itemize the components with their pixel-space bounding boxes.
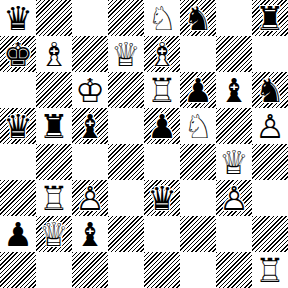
white-knight-icon: ♘ xyxy=(147,2,177,35)
square-e6[interactable]: ♜♖ xyxy=(144,72,180,108)
piece-white-queen-d7[interactable]: ♛♕ xyxy=(108,36,144,72)
square-h7[interactable] xyxy=(252,36,288,72)
white-pawn-icon: ♙ xyxy=(75,182,105,215)
piece-black-bishop-g6[interactable]: ♝♝ xyxy=(216,72,252,108)
piece-white-knight-e8[interactable]: ♞♘ xyxy=(144,0,180,36)
black-bishop-icon: ♝ xyxy=(75,110,105,143)
square-h6[interactable]: ♞♞ xyxy=(252,72,288,108)
square-e3[interactable]: ♛♛ xyxy=(144,180,180,216)
white-queen-icon: ♕ xyxy=(219,146,249,179)
square-c3[interactable]: ♟♙ xyxy=(72,180,108,216)
square-d6[interactable] xyxy=(108,72,144,108)
white-rook-icon: ♖ xyxy=(147,74,177,107)
white-bishop-icon: ♗ xyxy=(39,38,69,71)
square-f3[interactable] xyxy=(180,180,216,216)
square-d1[interactable] xyxy=(108,252,144,288)
square-a6[interactable] xyxy=(0,72,36,108)
black-bishop-icon: ♝ xyxy=(219,74,249,107)
square-b1[interactable] xyxy=(36,252,72,288)
square-g8[interactable] xyxy=(216,0,252,36)
square-d4[interactable] xyxy=(108,144,144,180)
black-pawn-icon: ♟ xyxy=(183,74,213,107)
square-f5[interactable]: ♞♘ xyxy=(180,108,216,144)
square-e2[interactable] xyxy=(144,216,180,252)
piece-white-rook-e6[interactable]: ♜♖ xyxy=(144,72,180,108)
piece-black-bishop-c5[interactable]: ♝♝ xyxy=(72,108,108,144)
square-a5[interactable]: ♛♛ xyxy=(0,108,36,144)
square-e8[interactable]: ♞♘ xyxy=(144,0,180,36)
square-d5[interactable] xyxy=(108,108,144,144)
square-g2[interactable] xyxy=(216,216,252,252)
square-a8[interactable]: ♛♛ xyxy=(0,0,36,36)
white-rook-icon: ♖ xyxy=(255,254,285,287)
white-pawn-icon: ♙ xyxy=(219,182,249,215)
piece-black-pawn-a2[interactable]: ♟♟ xyxy=(0,216,36,252)
piece-white-pawn-g3[interactable]: ♟♙ xyxy=(216,180,252,216)
square-b2[interactable]: ♛♕ xyxy=(36,216,72,252)
white-queen-icon: ♕ xyxy=(39,218,69,251)
black-knight-icon: ♞ xyxy=(255,74,285,107)
square-f2[interactable] xyxy=(180,216,216,252)
square-g1[interactable] xyxy=(216,252,252,288)
piece-black-rook-b5[interactable]: ♜♜ xyxy=(36,108,72,144)
piece-white-queen-g4[interactable]: ♛♕ xyxy=(216,144,252,180)
square-a3[interactable] xyxy=(0,180,36,216)
piece-white-pawn-h5[interactable]: ♟♙ xyxy=(252,108,288,144)
piece-white-queen-b2[interactable]: ♛♕ xyxy=(36,216,72,252)
square-a4[interactable] xyxy=(0,144,36,180)
black-queen-icon: ♛ xyxy=(3,2,33,35)
square-b4[interactable] xyxy=(36,144,72,180)
square-c1[interactable] xyxy=(72,252,108,288)
black-pawn-icon: ♟ xyxy=(147,110,177,143)
piece-white-bishop-b7[interactable]: ♝♗ xyxy=(36,36,72,72)
black-rook-icon: ♜ xyxy=(39,110,69,143)
square-g4[interactable]: ♛♕ xyxy=(216,144,252,180)
square-b3[interactable]: ♜♖ xyxy=(36,180,72,216)
black-king-icon: ♚ xyxy=(3,38,33,71)
square-h5[interactable]: ♟♙ xyxy=(252,108,288,144)
piece-white-rook-b3[interactable]: ♜♖ xyxy=(36,180,72,216)
square-d3[interactable] xyxy=(108,180,144,216)
piece-black-queen-e3[interactable]: ♛♛ xyxy=(144,180,180,216)
piece-black-pawn-e5[interactable]: ♟♟ xyxy=(144,108,180,144)
square-b5[interactable]: ♜♜ xyxy=(36,108,72,144)
square-h3[interactable] xyxy=(252,180,288,216)
square-c5[interactable]: ♝♝ xyxy=(72,108,108,144)
square-d8[interactable] xyxy=(108,0,144,36)
square-d2[interactable] xyxy=(108,216,144,252)
piece-white-knight-f5[interactable]: ♞♘ xyxy=(180,108,216,144)
square-e7[interactable]: ♝♗ xyxy=(144,36,180,72)
square-g6[interactable]: ♝♝ xyxy=(216,72,252,108)
piece-white-king-c6[interactable]: ♚♔ xyxy=(72,72,108,108)
piece-black-queen-a8[interactable]: ♛♛ xyxy=(0,0,36,36)
square-b7[interactable]: ♝♗ xyxy=(36,36,72,72)
square-f4[interactable] xyxy=(180,144,216,180)
piece-black-pawn-f6[interactable]: ♟♟ xyxy=(180,72,216,108)
white-king-icon: ♔ xyxy=(75,74,105,107)
piece-black-king-a7[interactable]: ♚♚ xyxy=(0,36,36,72)
piece-white-pawn-c3[interactable]: ♟♙ xyxy=(72,180,108,216)
square-c6[interactable]: ♚♔ xyxy=(72,72,108,108)
square-g5[interactable] xyxy=(216,108,252,144)
black-bishop-icon: ♝ xyxy=(75,218,105,251)
white-rook-icon: ♖ xyxy=(39,182,69,215)
white-bishop-icon: ♗ xyxy=(147,38,177,71)
white-pawn-icon: ♙ xyxy=(255,110,285,143)
square-a7[interactable]: ♚♚ xyxy=(0,36,36,72)
square-e4[interactable] xyxy=(144,144,180,180)
piece-white-rook-h1[interactable]: ♜♖ xyxy=(252,252,288,288)
square-h1[interactable]: ♜♖ xyxy=(252,252,288,288)
square-e5[interactable]: ♟♟ xyxy=(144,108,180,144)
square-a1[interactable] xyxy=(0,252,36,288)
piece-black-bishop-c2[interactable]: ♝♝ xyxy=(72,216,108,252)
piece-white-bishop-e7[interactable]: ♝♗ xyxy=(144,36,180,72)
square-f6[interactable]: ♟♟ xyxy=(180,72,216,108)
square-h4[interactable] xyxy=(252,144,288,180)
square-b6[interactable] xyxy=(36,72,72,108)
piece-black-queen-a5[interactable]: ♛♛ xyxy=(0,108,36,144)
square-f1[interactable] xyxy=(180,252,216,288)
square-d7[interactable]: ♛♕ xyxy=(108,36,144,72)
square-c7[interactable] xyxy=(72,36,108,72)
black-rook-icon: ♜ xyxy=(255,2,285,35)
square-h2[interactable] xyxy=(252,216,288,252)
piece-black-rook-h8[interactable]: ♜♜ xyxy=(252,0,288,36)
square-f8[interactable]: ♞♞ xyxy=(180,0,216,36)
square-c2[interactable]: ♝♝ xyxy=(72,216,108,252)
black-knight-icon: ♞ xyxy=(183,2,213,35)
piece-black-knight-f8[interactable]: ♞♞ xyxy=(180,0,216,36)
white-queen-icon: ♕ xyxy=(111,38,141,71)
square-b8[interactable] xyxy=(36,0,72,36)
square-a2[interactable]: ♟♟ xyxy=(0,216,36,252)
black-pawn-icon: ♟ xyxy=(3,218,33,251)
piece-black-knight-h6[interactable]: ♞♞ xyxy=(252,72,288,108)
square-h8[interactable]: ♜♜ xyxy=(252,0,288,36)
square-f7[interactable] xyxy=(180,36,216,72)
square-g3[interactable]: ♟♙ xyxy=(216,180,252,216)
square-g7[interactable] xyxy=(216,36,252,72)
chess-board: ♛♛♞♘♞♞♜♜♚♚♝♗♛♕♝♗♚♔♜♖♟♟♝♝♞♞♛♛♜♜♝♝♟♟♞♘♟♙♛♕… xyxy=(0,0,288,288)
square-e1[interactable] xyxy=(144,252,180,288)
square-c4[interactable] xyxy=(72,144,108,180)
square-c8[interactable] xyxy=(72,0,108,36)
black-queen-icon: ♛ xyxy=(3,110,33,143)
black-queen-icon: ♛ xyxy=(147,182,177,215)
white-knight-icon: ♘ xyxy=(183,110,213,143)
